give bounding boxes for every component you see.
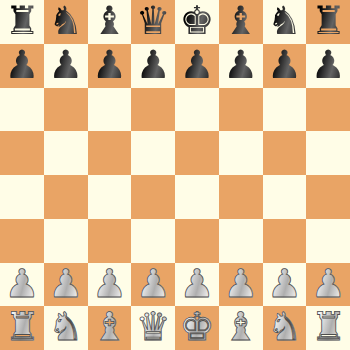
square-g7[interactable]: ♟ [263,44,307,88]
square-e5[interactable] [175,131,219,175]
square-f5[interactable] [219,131,263,175]
square-g6[interactable] [263,88,307,132]
piece-white-king[interactable]: ♚ [179,306,214,349]
square-h4[interactable] [306,175,350,219]
square-h3[interactable] [306,219,350,263]
piece-black-pawn[interactable]: ♟ [311,44,346,87]
piece-white-knight[interactable]: ♞ [267,306,302,349]
piece-black-rook[interactable]: ♜ [311,0,346,43]
square-b1[interactable]: ♞ [44,306,88,350]
square-e1[interactable]: ♚ [175,306,219,350]
piece-black-bishop[interactable]: ♝ [92,0,127,43]
square-g1[interactable]: ♞ [263,306,307,350]
piece-white-bishop[interactable]: ♝ [92,306,127,349]
piece-white-pawn[interactable]: ♟ [267,263,302,306]
square-f6[interactable] [219,88,263,132]
square-h8[interactable]: ♜ [306,0,350,44]
piece-black-bishop[interactable]: ♝ [223,0,258,43]
piece-black-rook[interactable]: ♜ [4,0,39,43]
square-c6[interactable] [88,88,132,132]
piece-white-pawn[interactable]: ♟ [92,263,127,306]
square-c5[interactable] [88,131,132,175]
square-d3[interactable] [131,219,175,263]
piece-white-rook[interactable]: ♜ [4,306,39,349]
piece-black-pawn[interactable]: ♟ [92,44,127,87]
piece-black-pawn[interactable]: ♟ [4,44,39,87]
square-h6[interactable] [306,88,350,132]
piece-black-knight[interactable]: ♞ [267,0,302,43]
square-d8[interactable]: ♛ [131,0,175,44]
square-c1[interactable]: ♝ [88,306,132,350]
piece-black-queen[interactable]: ♛ [136,0,171,43]
piece-white-pawn[interactable]: ♟ [4,263,39,306]
square-d6[interactable] [131,88,175,132]
square-a8[interactable]: ♜ [0,0,44,44]
square-d4[interactable] [131,175,175,219]
square-d1[interactable]: ♛ [131,306,175,350]
square-f8[interactable]: ♝ [219,0,263,44]
square-g2[interactable]: ♟ [263,263,307,307]
square-c4[interactable] [88,175,132,219]
piece-black-pawn[interactable]: ♟ [48,44,83,87]
square-c3[interactable] [88,219,132,263]
piece-black-pawn[interactable]: ♟ [267,44,302,87]
square-g5[interactable] [263,131,307,175]
square-b7[interactable]: ♟ [44,44,88,88]
square-a4[interactable] [0,175,44,219]
square-g8[interactable]: ♞ [263,0,307,44]
square-c2[interactable]: ♟ [88,263,132,307]
square-e3[interactable] [175,219,219,263]
piece-white-queen[interactable]: ♛ [136,306,171,349]
piece-black-knight[interactable]: ♞ [48,0,83,43]
piece-white-pawn[interactable]: ♟ [136,263,171,306]
piece-black-pawn[interactable]: ♟ [223,44,258,87]
square-h1[interactable]: ♜ [306,306,350,350]
square-b3[interactable] [44,219,88,263]
square-a5[interactable] [0,131,44,175]
square-f2[interactable]: ♟ [219,263,263,307]
square-e7[interactable]: ♟ [175,44,219,88]
piece-black-pawn[interactable]: ♟ [179,44,214,87]
square-h7[interactable]: ♟ [306,44,350,88]
square-a1[interactable]: ♜ [0,306,44,350]
piece-white-pawn[interactable]: ♟ [48,263,83,306]
piece-black-pawn[interactable]: ♟ [136,44,171,87]
square-e2[interactable]: ♟ [175,263,219,307]
square-e8[interactable]: ♚ [175,0,219,44]
square-g3[interactable] [263,219,307,263]
chess-board: ♜♞♝♛♚♝♞♜♟♟♟♟♟♟♟♟♟♟♟♟♟♟♟♟♜♞♝♛♚♝♞♜ [0,0,350,350]
square-a7[interactable]: ♟ [0,44,44,88]
square-h5[interactable] [306,131,350,175]
square-f3[interactable] [219,219,263,263]
square-a6[interactable] [0,88,44,132]
square-b5[interactable] [44,131,88,175]
square-a3[interactable] [0,219,44,263]
piece-white-pawn[interactable]: ♟ [311,263,346,306]
square-d2[interactable]: ♟ [131,263,175,307]
piece-white-knight[interactable]: ♞ [48,306,83,349]
square-b4[interactable] [44,175,88,219]
square-f7[interactable]: ♟ [219,44,263,88]
piece-white-pawn[interactable]: ♟ [223,263,258,306]
square-e4[interactable] [175,175,219,219]
square-d7[interactable]: ♟ [131,44,175,88]
square-e6[interactable] [175,88,219,132]
piece-white-rook[interactable]: ♜ [311,306,346,349]
piece-black-king[interactable]: ♚ [179,0,214,43]
square-g4[interactable] [263,175,307,219]
square-f1[interactable]: ♝ [219,306,263,350]
square-c8[interactable]: ♝ [88,0,132,44]
square-b2[interactable]: ♟ [44,263,88,307]
square-h2[interactable]: ♟ [306,263,350,307]
square-b6[interactable] [44,88,88,132]
square-a2[interactable]: ♟ [0,263,44,307]
square-d5[interactable] [131,131,175,175]
square-f4[interactable] [219,175,263,219]
piece-white-pawn[interactable]: ♟ [179,263,214,306]
square-b8[interactable]: ♞ [44,0,88,44]
piece-white-bishop[interactable]: ♝ [223,306,258,349]
square-c7[interactable]: ♟ [88,44,132,88]
